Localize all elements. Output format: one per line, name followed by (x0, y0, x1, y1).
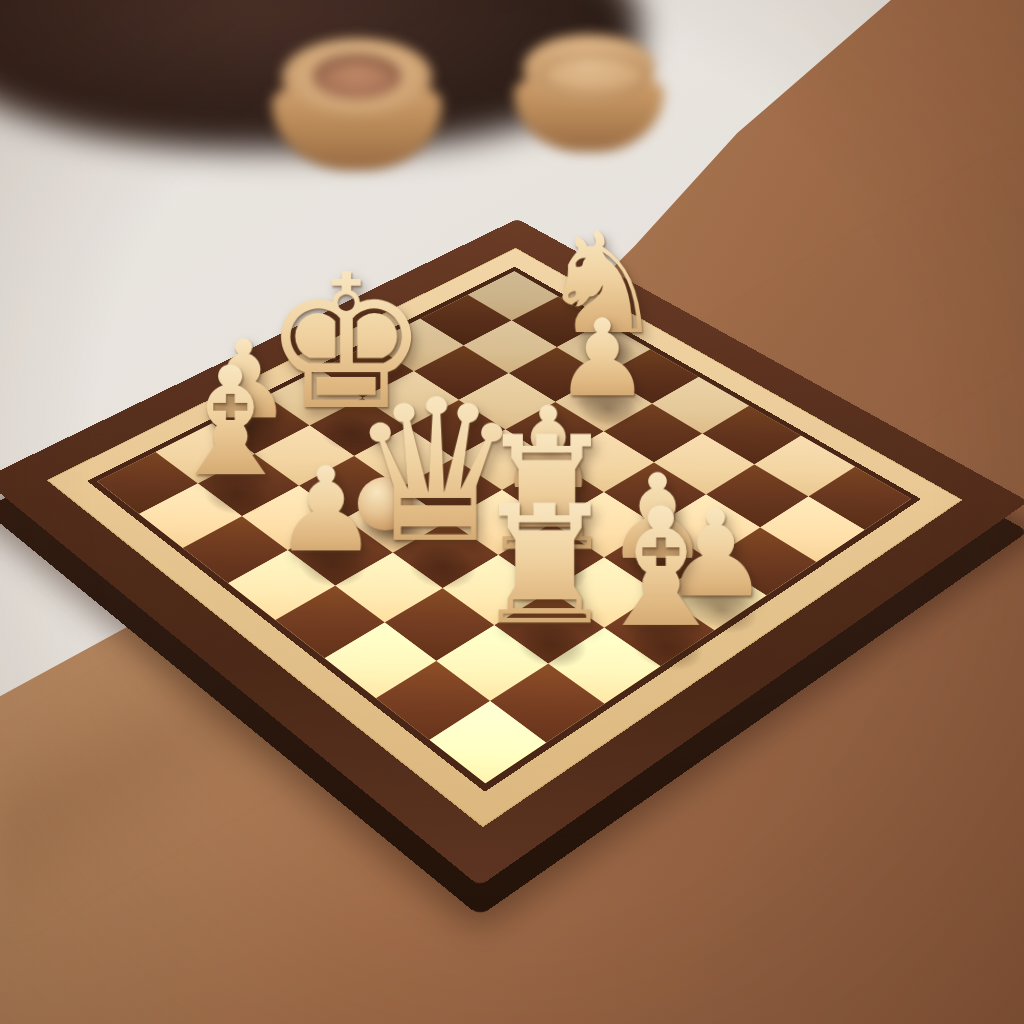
cup-lid-ring (538, 53, 650, 98)
wooden-cup-closed (514, 34, 664, 152)
square-h1[interactable] (429, 701, 546, 783)
bishop-glyph: ♝ (587, 486, 734, 650)
cup-hollow (313, 54, 401, 99)
playing-field: ♞♟♟♟♟♚♜♝♟♛♜♝♟ (87, 267, 921, 792)
wooden-cup-open (272, 38, 442, 170)
chess-photo-scene: ♞♟♟♟♟♚♜♝♟♛♜♝♟ (0, 0, 1024, 1024)
maple-border: ♞♟♟♟♟♚♜♝♟♛♜♝♟ (47, 248, 963, 827)
white-bishop-h4-upright: ♝ (518, 486, 802, 650)
